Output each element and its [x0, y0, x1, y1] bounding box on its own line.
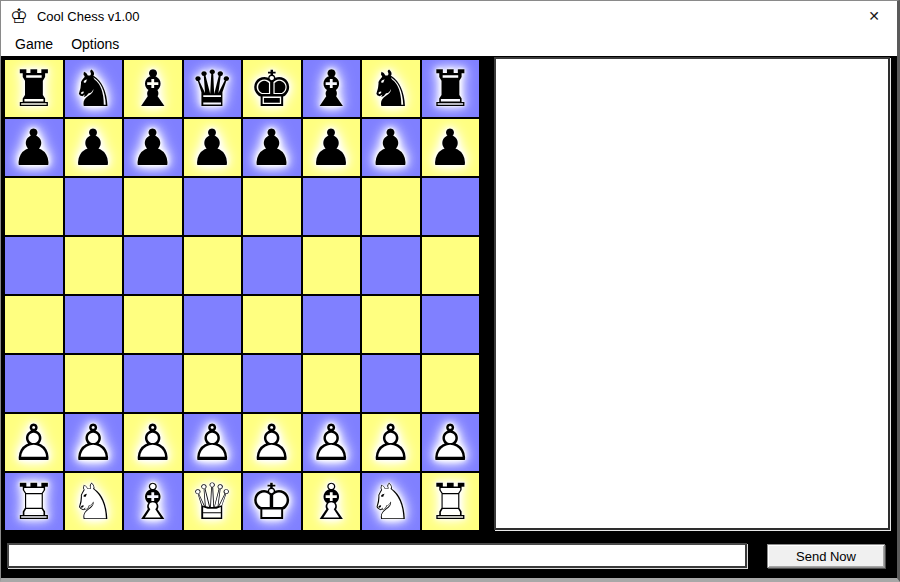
square-d8[interactable]: ♛: [184, 60, 242, 117]
piece-white-queen[interactable]: ♛♕: [190, 477, 235, 527]
square-h3[interactable]: [422, 355, 480, 412]
move-list-panel: [494, 57, 890, 530]
square-h6[interactable]: [422, 178, 480, 235]
menu-bar: Game Options: [1, 31, 897, 56]
piece-black-queen[interactable]: ♛: [190, 64, 235, 114]
square-e4[interactable]: [243, 296, 301, 353]
piece-white-pawn[interactable]: ♟♙: [130, 418, 175, 468]
square-e1[interactable]: ♚♔: [243, 473, 301, 530]
piece-black-knight[interactable]: ♞: [368, 64, 413, 114]
piece-outline: ♙: [130, 414, 175, 471]
close-icon[interactable]: ✕: [851, 1, 897, 31]
square-g6[interactable]: [362, 178, 420, 235]
piece-white-bishop[interactable]: ♝♗: [130, 477, 175, 527]
square-b5[interactable]: [65, 237, 123, 294]
square-b3[interactable]: [65, 355, 123, 412]
square-e8[interactable]: ♚: [243, 60, 301, 117]
square-c1[interactable]: ♝♗: [124, 473, 182, 530]
square-g5[interactable]: [362, 237, 420, 294]
square-f8[interactable]: ♝: [303, 60, 361, 117]
piece-white-bishop[interactable]: ♝♗: [309, 477, 354, 527]
piece-outline: ♙: [71, 414, 116, 471]
square-a6[interactable]: [5, 178, 63, 235]
square-a5[interactable]: [5, 237, 63, 294]
menu-game[interactable]: Game: [6, 33, 62, 55]
square-h4[interactable]: [422, 296, 480, 353]
square-g8[interactable]: ♞: [362, 60, 420, 117]
piece-outline: ♙: [309, 414, 354, 471]
square-d4[interactable]: [184, 296, 242, 353]
piece-white-rook[interactable]: ♜♖: [428, 477, 473, 527]
piece-black-pawn[interactable]: ♟: [130, 123, 175, 173]
piece-black-pawn[interactable]: ♟: [309, 123, 354, 173]
square-a4[interactable]: [5, 296, 63, 353]
square-b8[interactable]: ♞: [65, 60, 123, 117]
piece-outline: ♙: [368, 414, 413, 471]
square-a8[interactable]: ♜: [5, 60, 63, 117]
piece-black-pawn[interactable]: ♟: [249, 123, 294, 173]
piece-black-rook[interactable]: ♜: [11, 64, 56, 114]
chess-board[interactable]: ♜♞♝♛♚♝♞♜♟♟♟♟♟♟♟♟♟♙♟♙♟♙♟♙♟♙♟♙♟♙♟♙♜♖♞♘♝♗♛♕…: [3, 58, 481, 532]
square-e6[interactable]: [243, 178, 301, 235]
square-b2[interactable]: ♟♙: [65, 414, 123, 471]
piece-black-pawn[interactable]: ♟: [71, 123, 116, 173]
square-d3[interactable]: [184, 355, 242, 412]
piece-white-knight[interactable]: ♞♘: [71, 477, 116, 527]
piece-white-pawn[interactable]: ♟♙: [249, 418, 294, 468]
square-e7[interactable]: ♟: [243, 119, 301, 176]
piece-black-bishop[interactable]: ♝: [130, 64, 175, 114]
square-f5[interactable]: [303, 237, 361, 294]
square-e3[interactable]: [243, 355, 301, 412]
piece-outline: ♖: [11, 473, 56, 530]
square-g1[interactable]: ♞♘: [362, 473, 420, 530]
square-f2[interactable]: ♟♙: [303, 414, 361, 471]
square-c4[interactable]: [124, 296, 182, 353]
piece-outline: ♕: [190, 473, 235, 530]
square-c6[interactable]: [124, 178, 182, 235]
piece-white-pawn[interactable]: ♟♙: [368, 418, 413, 468]
piece-black-pawn[interactable]: ♟: [190, 123, 235, 173]
piece-black-pawn[interactable]: ♟: [11, 123, 56, 173]
square-f7[interactable]: ♟: [303, 119, 361, 176]
square-h2[interactable]: ♟♙: [422, 414, 480, 471]
piece-black-bishop[interactable]: ♝: [309, 64, 354, 114]
piece-black-pawn[interactable]: ♟: [428, 123, 473, 173]
square-f3[interactable]: [303, 355, 361, 412]
app-window: ♔ Cool Chess v1.00 ✕ Game Options ♜♞♝♛♚♝…: [0, 0, 900, 582]
square-f6[interactable]: [303, 178, 361, 235]
white-king-icon: ♔: [10, 6, 28, 26]
square-b7[interactable]: ♟: [65, 119, 123, 176]
piece-white-pawn[interactable]: ♟♙: [428, 418, 473, 468]
square-b1[interactable]: ♞♘: [65, 473, 123, 530]
piece-white-knight[interactable]: ♞♘: [368, 477, 413, 527]
piece-black-knight[interactable]: ♞: [71, 64, 116, 114]
square-c3[interactable]: [124, 355, 182, 412]
square-g3[interactable]: [362, 355, 420, 412]
square-g2[interactable]: ♟♙: [362, 414, 420, 471]
piece-white-pawn[interactable]: ♟♙: [11, 418, 56, 468]
piece-outline: ♗: [130, 473, 175, 530]
square-a1[interactable]: ♜♖: [5, 473, 63, 530]
piece-white-rook[interactable]: ♜♖: [11, 477, 56, 527]
square-h7[interactable]: ♟: [422, 119, 480, 176]
square-g4[interactable]: [362, 296, 420, 353]
square-c5[interactable]: [124, 237, 182, 294]
square-a7[interactable]: ♟: [5, 119, 63, 176]
square-f4[interactable]: [303, 296, 361, 353]
piece-outline: ♘: [368, 473, 413, 530]
square-g7[interactable]: ♟: [362, 119, 420, 176]
piece-outline: ♘: [71, 473, 116, 530]
square-c7[interactable]: ♟: [124, 119, 182, 176]
piece-white-pawn[interactable]: ♟♙: [71, 418, 116, 468]
square-c2[interactable]: ♟♙: [124, 414, 182, 471]
menu-options[interactable]: Options: [62, 33, 128, 55]
square-a3[interactable]: [5, 355, 63, 412]
main-area: ♜♞♝♛♚♝♞♜♟♟♟♟♟♟♟♟♟♙♟♙♟♙♟♙♟♙♟♙♟♙♟♙♜♖♞♘♝♗♛♕…: [1, 56, 897, 578]
square-a2[interactable]: ♟♙: [5, 414, 63, 471]
square-h5[interactable]: [422, 237, 480, 294]
title-bar: ♔ Cool Chess v1.00 ✕: [1, 1, 897, 31]
square-b6[interactable]: [65, 178, 123, 235]
piece-white-pawn[interactable]: ♟♙: [190, 418, 235, 468]
piece-outline: ♔: [249, 473, 294, 530]
square-b4[interactable]: [65, 296, 123, 353]
piece-white-king[interactable]: ♚♔: [249, 477, 294, 527]
piece-black-rook[interactable]: ♜: [428, 64, 473, 114]
window-title: Cool Chess v1.00: [37, 9, 140, 24]
piece-outline: ♙: [190, 414, 235, 471]
piece-outline: ♙: [428, 414, 473, 471]
square-d2[interactable]: ♟♙: [184, 414, 242, 471]
send-now-button[interactable]: Send Now: [767, 544, 885, 568]
piece-outline: ♖: [428, 473, 473, 530]
piece-black-pawn[interactable]: ♟: [368, 123, 413, 173]
square-e2[interactable]: ♟♙: [243, 414, 301, 471]
piece-black-king[interactable]: ♚: [249, 64, 294, 114]
piece-outline: ♙: [249, 414, 294, 471]
piece-outline: ♗: [309, 473, 354, 530]
square-h8[interactable]: ♜: [422, 60, 480, 117]
square-d6[interactable]: [184, 178, 242, 235]
square-c8[interactable]: ♝: [124, 60, 182, 117]
square-d1[interactable]: ♛♕: [184, 473, 242, 530]
square-f1[interactable]: ♝♗: [303, 473, 361, 530]
chat-input[interactable]: [7, 543, 747, 568]
square-h1[interactable]: ♜♖: [422, 473, 480, 530]
square-d7[interactable]: ♟: [184, 119, 242, 176]
square-e5[interactable]: [243, 237, 301, 294]
piece-outline: ♙: [11, 414, 56, 471]
square-d5[interactable]: [184, 237, 242, 294]
piece-white-pawn[interactable]: ♟♙: [309, 418, 354, 468]
